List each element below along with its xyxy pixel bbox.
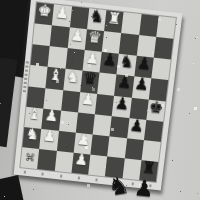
board-corner-emblem-icon: ⌘ [24, 153, 35, 164]
square-g1: ♞ [22, 127, 41, 149]
black-pawn: ♟ [133, 76, 149, 94]
white-pawn: ♟ [76, 132, 91, 149]
square-h1: ⌘ [20, 147, 39, 169]
white-knight: ♞ [25, 127, 40, 144]
black-knight: ♞ [119, 53, 135, 71]
square-a1: ♚ [35, 2, 55, 25]
black-knight: ♞ [89, 7, 105, 25]
square-d1 [28, 65, 47, 88]
white-knight: ♞ [65, 69, 80, 86]
black-rook: ♜ [141, 159, 157, 176]
square-f1: ♝ [24, 106, 43, 128]
captured-black-knight: ♞ [106, 173, 131, 200]
black-queen: ♛ [82, 70, 98, 88]
playing-area: ♚♟♞♜♟♛♟♟♞♟♝♞♛♟♟♟♟♚♝♟♟♞♟♟⌘♟♜ [20, 2, 175, 181]
white-bishop: ♝ [48, 67, 63, 84]
square-f8 [144, 120, 163, 142]
captured-black-pawn: ♟ [133, 177, 155, 200]
square-g8 [141, 140, 160, 162]
black-king: ♚ [148, 98, 164, 116]
square-e1 [26, 86, 45, 108]
square-e8: ♚ [146, 99, 166, 121]
white-queen: ♛ [87, 29, 102, 46]
square-d8 [149, 79, 169, 101]
white-pawn: ♟ [42, 128, 57, 145]
dark-floor-region-left [0, 57, 17, 147]
white-pawn: ♟ [55, 4, 70, 21]
chess-board: ♚♟♞♜♟♛♟♟♞♟♝♞♛♟♟♟♟♚♝♟♟♞♟♟⌘♟♜ [14, 0, 183, 190]
white-pawn: ♟ [85, 50, 100, 67]
white-rook: ♜ [107, 10, 122, 27]
white-pawn: ♟ [70, 27, 85, 44]
black-pawn: ♟ [116, 74, 132, 92]
square-b1 [33, 24, 52, 47]
photo-noise-speckles [0, 0, 1, 1]
square-a8 [156, 16, 176, 39]
black-pawn: ♟ [129, 117, 145, 135]
square-b8 [153, 37, 173, 60]
square-f2: ♟ [41, 108, 60, 130]
black-pawn: ♟ [114, 95, 130, 113]
square-c1 [31, 44, 50, 67]
dark-floor-region-bottom-left [0, 175, 25, 200]
black-pawn: ♟ [101, 51, 117, 69]
white-pawn: ♟ [80, 91, 95, 108]
square-c8 [151, 58, 171, 81]
white-pawn: ♟ [74, 152, 89, 168]
white-bishop: ♝ [27, 106, 42, 123]
white-pawn: ♟ [44, 108, 59, 125]
black-pawn: ♟ [136, 55, 152, 73]
white-king: ♚ [37, 2, 52, 19]
chessboard-photo: ♚♟♞♜♟♛♟♟♞♟♝♞♛♟♟♟♟♚♝♟♟♞♟♟⌘♟♜ ♞ ♟ [0, 0, 200, 200]
